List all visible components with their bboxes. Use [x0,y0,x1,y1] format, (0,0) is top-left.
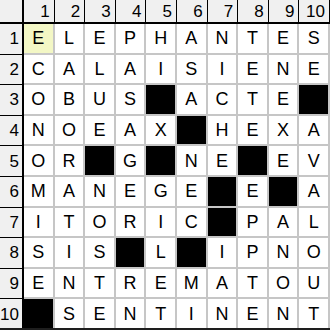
grid-cell[interactable]: A [55,177,86,208]
grid-cell[interactable]: S [177,55,208,86]
block-cell [177,238,208,269]
grid-cell[interactable]: I [24,208,55,239]
grid-cell[interactable]: E [238,116,269,147]
grid-cell[interactable]: I [177,299,208,330]
grid-cell[interactable]: N [24,116,55,147]
grid-cell[interactable]: O [299,238,330,269]
grid-cell[interactable]: E [238,55,269,86]
grid-cell[interactable]: G [146,177,177,208]
column-header-4: 4 [116,0,147,24]
column-header-1: 1 [24,0,55,24]
grid-cell[interactable]: E [85,116,116,147]
selected-cell[interactable]: E [24,24,55,55]
grid-cell[interactable]: N [269,238,300,269]
grid-cell[interactable]: P [116,24,147,55]
column-header-5: 5 [146,0,177,24]
grid-cell[interactable]: S [85,238,116,269]
grid-cell[interactable]: R [116,269,147,300]
grid-cell[interactable]: C [208,85,239,116]
block-cell [85,146,116,177]
grid-cell[interactable]: T [146,299,177,330]
grid-cell[interactable]: E [269,85,300,116]
grid-cell[interactable]: T [55,208,86,239]
grid-cell[interactable]: I [208,55,239,86]
grid-cell[interactable]: N [208,299,239,330]
column-header-8: 8 [238,0,269,24]
grid-cell[interactable]: L [146,238,177,269]
block-cell [24,299,55,330]
grid-cell[interactable]: A [299,177,330,208]
grid-cell[interactable]: O [24,85,55,116]
grid-cell[interactable]: N [55,269,86,300]
grid-cell[interactable]: G [116,146,147,177]
grid-cell[interactable]: N [177,146,208,177]
grid-cell[interactable]: A [116,55,147,86]
grid-cell[interactable]: S [299,24,330,55]
grid-cell[interactable]: O [24,146,55,177]
grid-cell[interactable]: M [177,269,208,300]
grid-cell[interactable]: L [299,208,330,239]
corner-cell [0,0,24,24]
row-header-3: 3 [0,85,24,116]
grid-cell[interactable]: O [85,208,116,239]
grid-cell[interactable]: A [55,55,86,86]
row-header-7: 7 [0,208,24,239]
grid-cell[interactable]: I [208,238,239,269]
column-header-7: 7 [208,0,239,24]
block-cell [269,177,300,208]
grid-cell[interactable]: H [146,24,177,55]
grid-cell[interactable]: O [55,116,86,147]
row-header-2: 2 [0,55,24,86]
grid-cell[interactable]: R [116,208,147,239]
grid-cell[interactable]: V [299,146,330,177]
grid-cell[interactable]: N [116,299,147,330]
grid-cell[interactable]: E [116,177,147,208]
grid-cell[interactable]: B [55,85,86,116]
column-header-2: 2 [55,0,86,24]
row-header-9: 9 [0,269,24,300]
grid-cell[interactable]: T [238,24,269,55]
column-header-3: 3 [85,0,116,24]
grid-cell[interactable]: E [299,55,330,86]
grid-cell[interactable]: E [238,177,269,208]
grid-cell[interactable]: N [269,299,300,330]
crossword-board: 123456789101ELEPHANTES2CALAISIENE3OBUSAC… [0,0,330,330]
grid-cell[interactable]: I [55,238,86,269]
grid-cell[interactable]: E [177,177,208,208]
block-cell [299,85,330,116]
grid-cell[interactable]: I [146,55,177,86]
grid-cell[interactable]: U [85,85,116,116]
block-cell [146,85,177,116]
block-cell [116,238,147,269]
row-header-5: 5 [0,146,24,177]
grid-cell[interactable]: I [146,208,177,239]
grid-cell[interactable]: L [55,24,86,55]
row-header-4: 4 [0,116,24,147]
grid-cell[interactable]: N [208,24,239,55]
grid-cell[interactable]: T [238,269,269,300]
grid-cell[interactable]: E [146,269,177,300]
row-header-6: 6 [0,177,24,208]
block-cell [238,146,269,177]
grid-cell[interactable]: X [269,116,300,147]
grid-cell[interactable]: N [85,177,116,208]
block-cell [208,177,239,208]
grid-cell[interactable]: A [177,24,208,55]
grid-cell[interactable]: E [238,299,269,330]
grid-cell[interactable]: O [269,269,300,300]
grid-cell[interactable]: E [24,269,55,300]
grid-cell[interactable]: U [299,269,330,300]
grid-cell[interactable]: E [85,24,116,55]
grid-cell[interactable]: S [55,299,86,330]
row-header-10: 10 [0,299,24,330]
column-header-6: 6 [177,0,208,24]
block-cell [208,208,239,239]
grid-cell[interactable]: A [299,116,330,147]
grid-cell[interactable]: E [269,24,300,55]
row-header-1: 1 [0,24,24,55]
grid-cell[interactable]: S [116,85,147,116]
grid-cell[interactable]: E [208,146,239,177]
column-header-9: 9 [269,0,300,24]
grid-cell[interactable]: X [146,116,177,147]
grid-cell[interactable]: N [269,55,300,86]
grid-cell[interactable]: T [299,299,330,330]
grid-cell[interactable]: P [238,208,269,239]
grid-cell[interactable]: E [85,299,116,330]
grid-cell[interactable]: A [208,269,239,300]
grid-cell[interactable]: C [24,55,55,86]
grid-cell[interactable]: P [238,238,269,269]
grid-cell[interactable]: C [177,208,208,239]
grid-cell[interactable]: H [208,116,239,147]
grid-cell[interactable]: E [269,146,300,177]
grid-cell[interactable]: M [24,177,55,208]
grid-cell[interactable]: R [55,146,86,177]
column-header-10: 10 [299,0,330,24]
block-cell [146,146,177,177]
grid-cell[interactable]: A [269,208,300,239]
block-cell [177,116,208,147]
grid-cell[interactable]: T [85,269,116,300]
grid-cell[interactable]: A [177,85,208,116]
row-header-8: 8 [0,238,24,269]
grid-cell[interactable]: A [116,116,147,147]
grid-cell[interactable]: S [24,238,55,269]
grid-cell[interactable]: L [85,55,116,86]
grid-cell[interactable]: T [238,85,269,116]
